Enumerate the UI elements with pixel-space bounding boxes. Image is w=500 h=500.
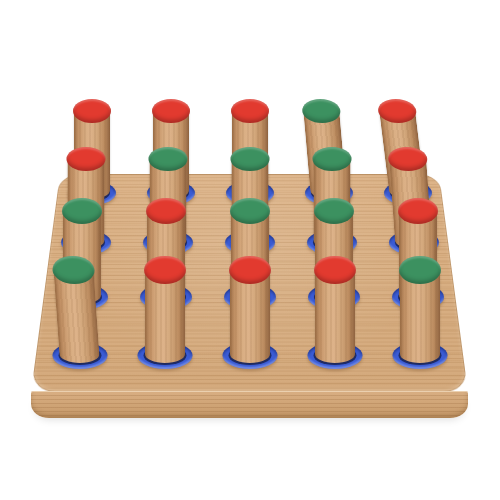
peg-cell [38, 219, 123, 369]
peg-cell [123, 219, 208, 369]
peg[interactable] [315, 270, 355, 363]
peg-grid [0, 0, 500, 500]
peg-cell [208, 219, 293, 369]
peg-cap-green [52, 256, 96, 284]
peg-cell [292, 219, 377, 369]
product-photo [0, 0, 500, 500]
peg-cap-green [399, 256, 441, 284]
peg-cap-red [314, 256, 356, 284]
peg-cap-red [229, 256, 271, 284]
peg-cell [377, 219, 462, 369]
peg[interactable] [230, 270, 270, 363]
peg-row [38, 219, 462, 369]
peg-cap-red [144, 256, 186, 284]
peg[interactable] [54, 270, 101, 363]
peg[interactable] [145, 270, 185, 363]
peg[interactable] [400, 270, 440, 363]
